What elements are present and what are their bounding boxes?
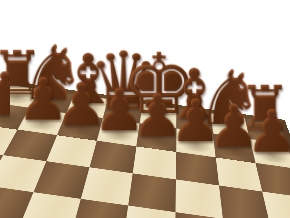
chess-set-photo: ♜♞♝♛♚♝♞♜♟♟♟♟♟♟♟♟: [0, 0, 290, 218]
chess-board: ♜♞♝♛♚♝♞♜♟♟♟♟♟♟♟♟: [0, 80, 290, 218]
square-f5[interactable]: [176, 179, 223, 218]
